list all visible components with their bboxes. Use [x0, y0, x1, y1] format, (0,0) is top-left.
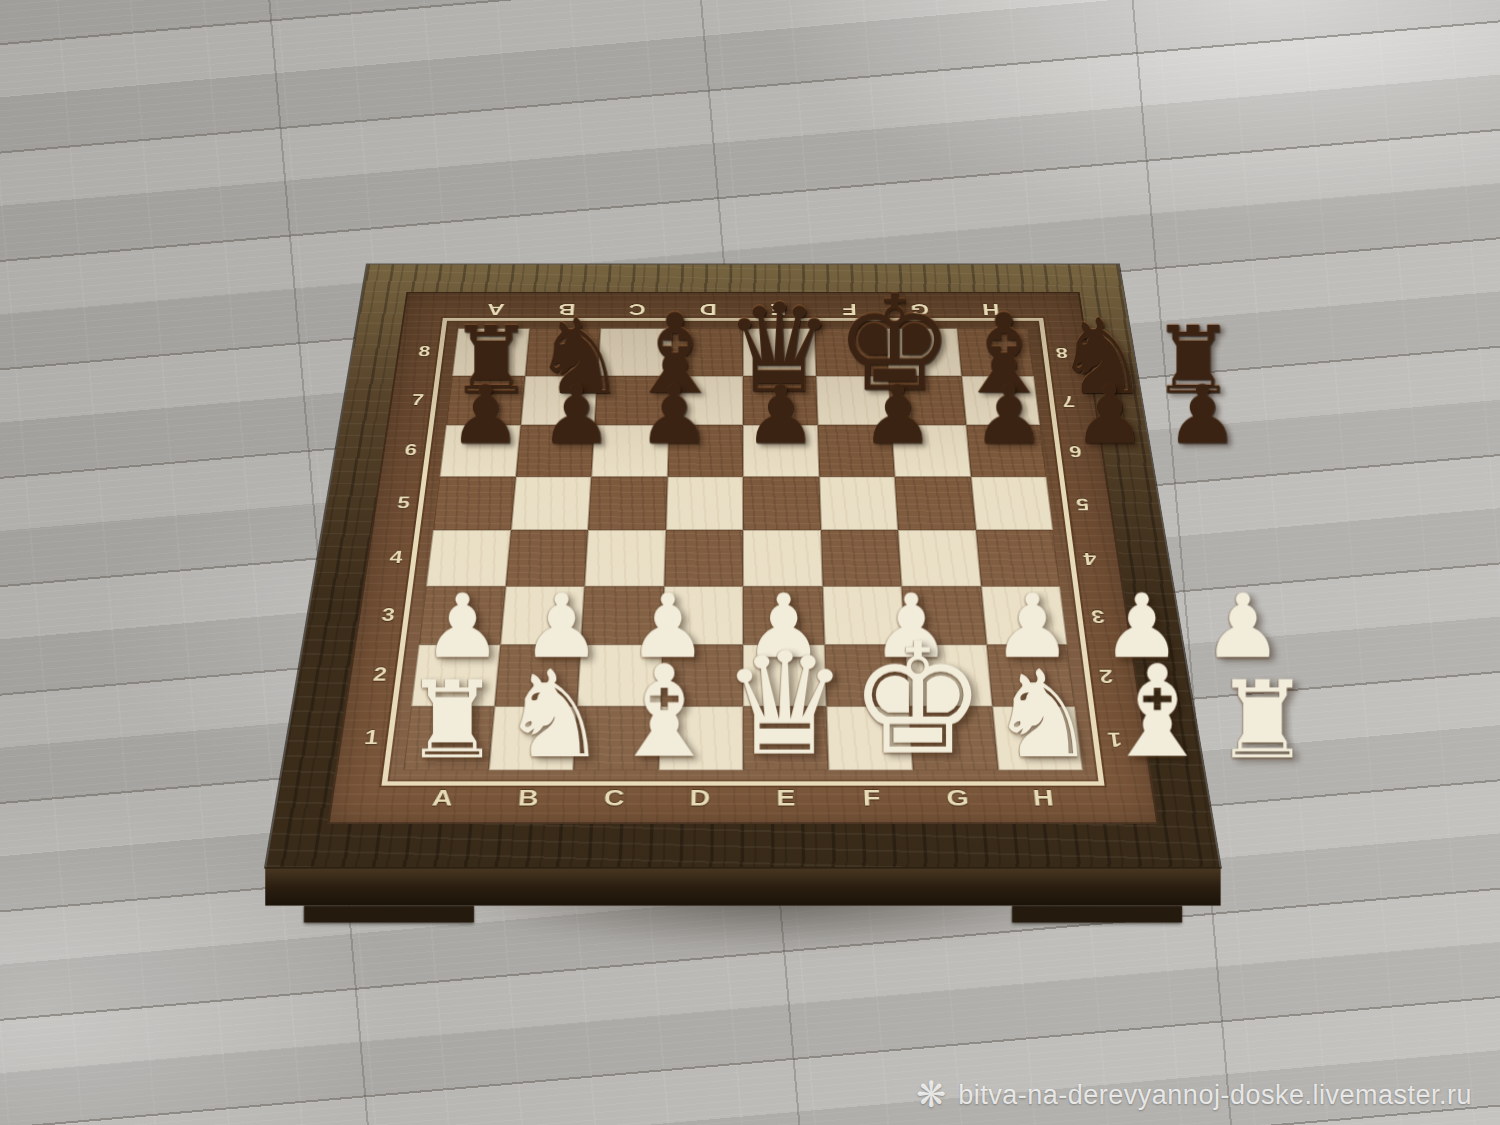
square-c8 [598, 328, 672, 375]
square-h6 [966, 425, 1047, 476]
square-b6 [515, 425, 594, 476]
snowflake-ornament-icon: ❋ [916, 1077, 946, 1113]
square-f8 [814, 328, 888, 375]
square-c5 [588, 476, 667, 530]
piece-b1-white-knight: ♞ [500, 665, 608, 764]
file-label-bottom-f: F [828, 781, 915, 816]
square-h5 [971, 476, 1053, 530]
piece-cell-h5 [1167, 492, 1261, 530]
piece-f1-white-knight: ♞ [989, 665, 1097, 764]
file-label-top-f: F [813, 298, 885, 322]
file-labels-bottom: ABCDEFGH [398, 781, 1089, 816]
square-a5 [433, 476, 515, 530]
piece-c1-white-bishop: ♝ [608, 659, 722, 763]
file-labels-top: ABCDEFGH [459, 298, 1027, 322]
piece-cell-g1: ♝ [1088, 670, 1215, 770]
rank-label-left-4: 4 [361, 530, 431, 586]
piece-cell-h7: ♟ [1152, 404, 1246, 454]
rank-label-right-7: 7 [1036, 376, 1102, 425]
square-f6 [817, 425, 894, 476]
piece-cell-c1: ♝ [608, 670, 723, 770]
square-g6 [891, 425, 970, 476]
rank-label-left-5: 5 [369, 476, 438, 530]
piece-cell-d1: ♛ [722, 670, 850, 770]
square-c6 [591, 425, 668, 476]
file-label-top-b: B [530, 298, 602, 322]
board-scene: ABCDEFGH ABCDEFGH 87654321 87654321 ♜♞♝♛… [323, 110, 1163, 950]
square-g7 [888, 376, 965, 425]
watermark: ❋ bitva-na-derevyannoj-doske.livemaster.… [916, 1077, 1472, 1113]
piece-cell-c4 [618, 530, 724, 570]
file-label-top-a: A [459, 298, 532, 322]
piece-cell-h6 [1161, 454, 1254, 491]
square-d8 [670, 328, 743, 375]
file-label-top-g: G [884, 298, 956, 322]
file-label-bottom-g: G [914, 781, 1002, 816]
piece-d1-white-queen: ♛ [722, 647, 849, 764]
square-g8 [886, 328, 962, 375]
file-label-bottom-h: H [999, 781, 1089, 816]
file-label-bottom-a: A [398, 781, 488, 816]
rank-label-left-7: 7 [385, 376, 451, 425]
square-d6 [667, 425, 743, 476]
file-label-bottom-c: C [570, 781, 657, 816]
square-e5 [743, 476, 821, 530]
square-b7 [520, 376, 597, 425]
square-f5 [819, 476, 898, 530]
rank-label-left-6: 6 [377, 425, 444, 476]
file-label-top-e: E [743, 298, 814, 322]
piece-cell-d4 [723, 530, 841, 570]
file-label-top-c: C [601, 298, 673, 322]
file-label-bottom-b: B [484, 781, 572, 816]
piece-h2-white-pawn: ♟ [1203, 591, 1282, 664]
rank-label-right-8: 8 [1030, 328, 1094, 375]
piece-a2-white-pawn: ♟ [423, 591, 502, 664]
square-a8 [452, 328, 529, 375]
square-d5 [666, 476, 744, 530]
piece-cell-b4 [517, 530, 619, 570]
file-label-top-h: H [954, 298, 1027, 322]
rank-label-left-3: 3 [352, 586, 424, 645]
file-label-top-d: D [672, 298, 743, 322]
square-a6 [440, 425, 521, 476]
chess-board: ABCDEFGH ABCDEFGH 87654321 87654321 ♜♞♝♛… [266, 265, 1219, 867]
piece-h1-white-rook: ♜ [1214, 676, 1310, 764]
square-a7 [446, 376, 525, 425]
piece-cell-a4 [428, 530, 521, 570]
square-d7 [669, 376, 743, 425]
square-b8 [525, 328, 601, 375]
square-h7 [961, 376, 1040, 425]
watermark-text: bitva-na-derevyannoj-doske.livemaster.ru [958, 1080, 1472, 1111]
file-label-bottom-e: E [743, 781, 829, 816]
piece-cell-e4 [840, 530, 969, 570]
piece-cell-h4 [1174, 530, 1270, 570]
square-e8 [743, 328, 816, 375]
piece-cell-h1: ♜ [1198, 670, 1312, 770]
rank-label-right-6: 6 [1042, 425, 1109, 476]
square-e7 [743, 376, 817, 425]
piece-h7-black-pawn: ♟ [1166, 382, 1239, 449]
piece-cell-b1: ♞ [500, 670, 613, 770]
frame-front-face [265, 867, 1221, 906]
square-h8 [957, 328, 1034, 375]
piece-a1-white-rook: ♜ [404, 676, 500, 764]
rank-label-right-5: 5 [1048, 476, 1117, 530]
file-label-bottom-d: D [657, 781, 743, 816]
square-e6 [743, 425, 819, 476]
square-b5 [511, 476, 592, 530]
piece-cell-a1: ♜ [403, 670, 508, 770]
piece-g1-white-bishop: ♝ [1100, 659, 1214, 763]
rank-label-left-1: 1 [333, 706, 409, 770]
piece-cell-e1: ♚ [845, 670, 986, 770]
square-f7 [816, 376, 892, 425]
square-c7 [595, 376, 671, 425]
piece-cell-f1: ♞ [978, 670, 1101, 770]
square-g5 [895, 476, 976, 530]
rank-label-left-8: 8 [392, 328, 456, 375]
piece-e1-white-king: ♚ [849, 638, 986, 764]
board-foot-left [304, 906, 474, 923]
board-foot-right [1012, 906, 1182, 923]
photo-stage: ABCDEFGH ABCDEFGH 87654321 87654321 ♜♞♝♛… [0, 0, 1500, 1125]
